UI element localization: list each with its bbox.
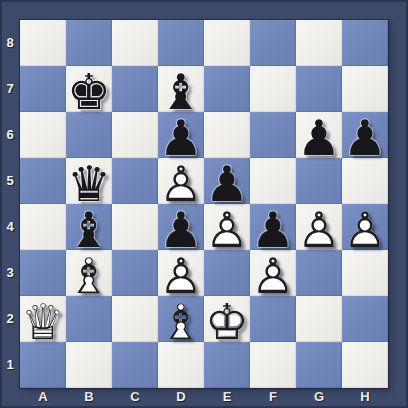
file-label-d: D	[158, 388, 204, 408]
white-piece-outline: ♕	[21, 298, 65, 347]
rank-label-6: 6	[0, 112, 20, 158]
black-king-b7[interactable]: ♚	[66, 66, 112, 112]
black-piece-glyph: ♟	[159, 114, 203, 163]
white-piece-fill: ♟	[343, 206, 387, 255]
square-d4[interactable]: ♟	[158, 204, 204, 250]
black-piece-glyph: ♚	[67, 68, 111, 117]
square-c8[interactable]	[112, 20, 158, 66]
white-piece-fill: ♝	[67, 252, 111, 301]
square-h1[interactable]	[342, 342, 388, 388]
square-c4[interactable]	[112, 204, 158, 250]
square-d3[interactable]: ♟♙	[158, 250, 204, 296]
square-b2[interactable]	[66, 296, 112, 342]
white-piece-fill: ♟	[159, 160, 203, 209]
rank-label-2: 2	[0, 296, 20, 342]
black-bishop-b4[interactable]: ♝	[66, 204, 112, 250]
square-f1[interactable]	[250, 342, 296, 388]
file-label-a: A	[20, 388, 66, 408]
square-a5[interactable]	[20, 158, 66, 204]
square-h7[interactable]	[342, 66, 388, 112]
square-b5[interactable]: ♛	[66, 158, 112, 204]
white-piece-outline: ♙	[297, 206, 341, 255]
square-b6[interactable]	[66, 112, 112, 158]
square-f5[interactable]	[250, 158, 296, 204]
square-h3[interactable]	[342, 250, 388, 296]
square-g8[interactable]	[296, 20, 342, 66]
white-bishop-d2[interactable]: ♝♗	[158, 296, 204, 342]
square-c1[interactable]	[112, 342, 158, 388]
square-f6[interactable]	[250, 112, 296, 158]
square-f3[interactable]: ♟♙	[250, 250, 296, 296]
file-label-b: B	[66, 388, 112, 408]
square-c7[interactable]	[112, 66, 158, 112]
black-pawn-f4[interactable]: ♟	[250, 204, 296, 250]
black-pawn-h6[interactable]: ♟	[342, 112, 388, 158]
white-piece-outline: ♗	[159, 298, 203, 347]
white-piece-outline: ♗	[67, 252, 111, 301]
square-a4[interactable]	[20, 204, 66, 250]
square-d7[interactable]: ♝	[158, 66, 204, 112]
white-bishop-b3[interactable]: ♝♗	[66, 250, 112, 296]
square-e7[interactable]	[204, 66, 250, 112]
black-pawn-g6[interactable]: ♟	[296, 112, 342, 158]
rank-label-7: 7	[0, 66, 20, 112]
square-e1[interactable]	[204, 342, 250, 388]
square-e8[interactable]	[204, 20, 250, 66]
black-piece-glyph: ♟	[205, 160, 249, 209]
white-piece-fill: ♟	[251, 252, 295, 301]
square-g7[interactable]	[296, 66, 342, 112]
square-b3[interactable]: ♝♗	[66, 250, 112, 296]
rank-label-8: 8	[0, 20, 20, 66]
board-frame: 87654321 ABCDEFGH ♚♝♟♟♟♛♟♙♟♝♟♟♙♟♟♙♟♙♝♗♟♙…	[0, 0, 408, 408]
white-queen-a2[interactable]: ♛♕	[20, 296, 66, 342]
file-label-h: H	[342, 388, 388, 408]
file-label-c: C	[112, 388, 158, 408]
square-b1[interactable]	[66, 342, 112, 388]
black-pawn-e5[interactable]: ♟	[204, 158, 250, 204]
square-c6[interactable]	[112, 112, 158, 158]
square-b8[interactable]	[66, 20, 112, 66]
square-h4[interactable]: ♟♙	[342, 204, 388, 250]
white-piece-outline: ♙	[251, 252, 295, 301]
rank-label-5: 5	[0, 158, 20, 204]
white-piece-fill: ♟	[159, 252, 203, 301]
square-d8[interactable]	[158, 20, 204, 66]
white-pawn-g4[interactable]: ♟♙	[296, 204, 342, 250]
black-piece-glyph: ♝	[67, 206, 111, 255]
square-a7[interactable]	[20, 66, 66, 112]
square-e3[interactable]	[204, 250, 250, 296]
white-piece-outline: ♙	[205, 206, 249, 255]
white-king-e2[interactable]: ♚♔	[204, 296, 250, 342]
square-c3[interactable]	[112, 250, 158, 296]
black-pawn-d4[interactable]: ♟	[158, 204, 204, 250]
square-a6[interactable]	[20, 112, 66, 158]
square-d6[interactable]: ♟	[158, 112, 204, 158]
rank-label-3: 3	[0, 250, 20, 296]
square-f4[interactable]: ♟	[250, 204, 296, 250]
square-a8[interactable]	[20, 20, 66, 66]
square-d1[interactable]	[158, 342, 204, 388]
square-a3[interactable]	[20, 250, 66, 296]
white-piece-outline: ♙	[343, 206, 387, 255]
black-piece-glyph: ♟	[297, 114, 341, 163]
square-f8[interactable]	[250, 20, 296, 66]
square-g6[interactable]: ♟	[296, 112, 342, 158]
square-b7[interactable]: ♚	[66, 66, 112, 112]
square-g3[interactable]	[296, 250, 342, 296]
square-d5[interactable]: ♟♙	[158, 158, 204, 204]
square-c2[interactable]	[112, 296, 158, 342]
white-piece-fill: ♟	[297, 206, 341, 255]
white-piece-outline: ♙	[159, 252, 203, 301]
square-c5[interactable]	[112, 158, 158, 204]
rank-label-1: 1	[0, 342, 20, 388]
square-f2[interactable]	[250, 296, 296, 342]
square-a1[interactable]	[20, 342, 66, 388]
white-pawn-h4[interactable]: ♟♙	[342, 204, 388, 250]
white-piece-outline: ♙	[159, 160, 203, 209]
square-e4[interactable]: ♟♙	[204, 204, 250, 250]
file-label-g: G	[296, 388, 342, 408]
square-e6[interactable]	[204, 112, 250, 158]
file-label-e: E	[204, 388, 250, 408]
black-queen-b5[interactable]: ♛	[66, 158, 112, 204]
square-g1[interactable]	[296, 342, 342, 388]
square-d2[interactable]: ♝♗	[158, 296, 204, 342]
white-pawn-e4[interactable]: ♟♙	[204, 204, 250, 250]
file-label-f: F	[250, 388, 296, 408]
chess-board: ♚♝♟♟♟♛♟♙♟♝♟♟♙♟♟♙♟♙♝♗♟♙♟♙♛♕♝♗♚♔	[20, 20, 388, 388]
square-h5[interactable]	[342, 158, 388, 204]
black-piece-glyph: ♝	[159, 68, 203, 117]
white-piece-fill: ♟	[205, 206, 249, 255]
white-piece-fill: ♚	[205, 298, 249, 347]
square-g2[interactable]	[296, 296, 342, 342]
black-bishop-d7[interactable]: ♝	[158, 66, 204, 112]
white-pawn-f3[interactable]: ♟♙	[250, 250, 296, 296]
square-h2[interactable]	[342, 296, 388, 342]
square-b4[interactable]: ♝	[66, 204, 112, 250]
square-g5[interactable]	[296, 158, 342, 204]
white-piece-fill: ♛	[21, 298, 65, 347]
square-h6[interactable]: ♟	[342, 112, 388, 158]
square-e5[interactable]: ♟	[204, 158, 250, 204]
white-piece-outline: ♔	[205, 298, 249, 347]
white-pawn-d5[interactable]: ♟♙	[158, 158, 204, 204]
square-g4[interactable]: ♟♙	[296, 204, 342, 250]
black-piece-glyph: ♛	[67, 160, 111, 209]
square-h8[interactable]	[342, 20, 388, 66]
white-pawn-d3[interactable]: ♟♙	[158, 250, 204, 296]
white-piece-fill: ♝	[159, 298, 203, 347]
black-piece-glyph: ♟	[343, 114, 387, 163]
black-piece-glyph: ♟	[251, 206, 295, 255]
square-f7[interactable]	[250, 66, 296, 112]
square-a2[interactable]: ♛♕	[20, 296, 66, 342]
black-piece-glyph: ♟	[159, 206, 203, 255]
square-e2[interactable]: ♚♔	[204, 296, 250, 342]
black-pawn-d6[interactable]: ♟	[158, 112, 204, 158]
rank-label-4: 4	[0, 204, 20, 250]
